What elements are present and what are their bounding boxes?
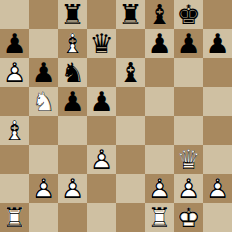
square-a6[interactable]: ♟♙	[0, 58, 29, 87]
piece-white-rook: ♜♖	[0, 203, 29, 232]
square-c3[interactable]	[58, 145, 87, 174]
square-g5[interactable]	[174, 87, 203, 116]
square-e8[interactable]: ♜	[116, 0, 145, 29]
square-b4[interactable]	[29, 116, 58, 145]
piece-black-queen: ♛	[87, 29, 116, 58]
square-h6[interactable]	[203, 58, 232, 87]
piece-black-knight: ♞	[58, 58, 87, 87]
square-a2[interactable]	[0, 174, 29, 203]
square-g2[interactable]: ♟♙	[174, 174, 203, 203]
square-e5[interactable]	[116, 87, 145, 116]
square-c8[interactable]: ♜	[58, 0, 87, 29]
square-f8[interactable]: ♝	[145, 0, 174, 29]
square-c1[interactable]	[58, 203, 87, 232]
piece-white-pawn: ♟♙	[174, 174, 203, 203]
square-f2[interactable]: ♟♙	[145, 174, 174, 203]
piece-black-pawn: ♟	[174, 29, 203, 58]
piece-white-pawn: ♟♙	[58, 174, 87, 203]
square-f6[interactable]	[145, 58, 174, 87]
square-d5[interactable]: ♟	[87, 87, 116, 116]
piece-white-pawn: ♟♙	[29, 174, 58, 203]
piece-black-rook: ♜	[58, 0, 87, 29]
square-g6[interactable]	[174, 58, 203, 87]
square-e4[interactable]	[116, 116, 145, 145]
square-a5[interactable]	[0, 87, 29, 116]
square-f5[interactable]	[145, 87, 174, 116]
piece-white-pawn: ♟♙	[145, 174, 174, 203]
piece-black-pawn: ♟	[145, 29, 174, 58]
square-a4[interactable]: ♝♗	[0, 116, 29, 145]
chess-board: ♜♜♝♚♟♝♗♛♟♟♟♟♙♟♞♝♞♘♟♟♝♗♟♙♛♕♟♙♟♙♟♙♟♙♟♙♜♖♜♖…	[0, 0, 232, 232]
square-g7[interactable]: ♟	[174, 29, 203, 58]
square-g4[interactable]	[174, 116, 203, 145]
square-f1[interactable]: ♜♖	[145, 203, 174, 232]
piece-white-knight: ♞♘	[29, 87, 58, 116]
square-h2[interactable]: ♟♙	[203, 174, 232, 203]
square-a3[interactable]	[0, 145, 29, 174]
square-d1[interactable]	[87, 203, 116, 232]
square-b2[interactable]: ♟♙	[29, 174, 58, 203]
piece-white-pawn: ♟♙	[87, 145, 116, 174]
square-h5[interactable]	[203, 87, 232, 116]
square-d8[interactable]	[87, 0, 116, 29]
piece-black-king: ♚	[174, 0, 203, 29]
square-g3[interactable]: ♛♕	[174, 145, 203, 174]
square-b5[interactable]: ♞♘	[29, 87, 58, 116]
square-e2[interactable]	[116, 174, 145, 203]
square-b6[interactable]: ♟	[29, 58, 58, 87]
piece-white-king: ♚♔	[174, 203, 203, 232]
piece-black-rook: ♜	[116, 0, 145, 29]
square-d7[interactable]: ♛	[87, 29, 116, 58]
square-c5[interactable]: ♟	[58, 87, 87, 116]
square-b3[interactable]	[29, 145, 58, 174]
piece-white-bishop: ♝♗	[58, 29, 87, 58]
square-e1[interactable]	[116, 203, 145, 232]
piece-black-bishop: ♝	[116, 58, 145, 87]
square-h3[interactable]	[203, 145, 232, 174]
piece-black-pawn: ♟	[29, 58, 58, 87]
square-d3[interactable]: ♟♙	[87, 145, 116, 174]
piece-black-pawn: ♟	[203, 29, 232, 58]
square-e3[interactable]	[116, 145, 145, 174]
square-d6[interactable]	[87, 58, 116, 87]
square-d2[interactable]	[87, 174, 116, 203]
square-b7[interactable]	[29, 29, 58, 58]
square-a7[interactable]: ♟	[0, 29, 29, 58]
piece-black-pawn: ♟	[87, 87, 116, 116]
square-g8[interactable]: ♚	[174, 0, 203, 29]
square-e7[interactable]	[116, 29, 145, 58]
piece-white-pawn: ♟♙	[203, 174, 232, 203]
piece-black-pawn: ♟	[58, 87, 87, 116]
piece-white-bishop: ♝♗	[0, 116, 29, 145]
square-f3[interactable]	[145, 145, 174, 174]
square-a8[interactable]	[0, 0, 29, 29]
square-h8[interactable]	[203, 0, 232, 29]
square-e6[interactable]: ♝	[116, 58, 145, 87]
square-b1[interactable]	[29, 203, 58, 232]
square-g1[interactable]: ♚♔	[174, 203, 203, 232]
square-f7[interactable]: ♟	[145, 29, 174, 58]
square-c4[interactable]	[58, 116, 87, 145]
square-b8[interactable]	[29, 0, 58, 29]
piece-black-bishop: ♝	[145, 0, 174, 29]
square-f4[interactable]	[145, 116, 174, 145]
piece-white-rook: ♜♖	[145, 203, 174, 232]
piece-white-queen: ♛♕	[174, 145, 203, 174]
square-d4[interactable]	[87, 116, 116, 145]
square-c6[interactable]: ♞	[58, 58, 87, 87]
square-a1[interactable]: ♜♖	[0, 203, 29, 232]
square-c7[interactable]: ♝♗	[58, 29, 87, 58]
square-h4[interactable]	[203, 116, 232, 145]
piece-white-pawn: ♟♙	[0, 58, 29, 87]
square-c2[interactable]: ♟♙	[58, 174, 87, 203]
square-h7[interactable]: ♟	[203, 29, 232, 58]
piece-black-pawn: ♟	[0, 29, 29, 58]
square-h1[interactable]	[203, 203, 232, 232]
